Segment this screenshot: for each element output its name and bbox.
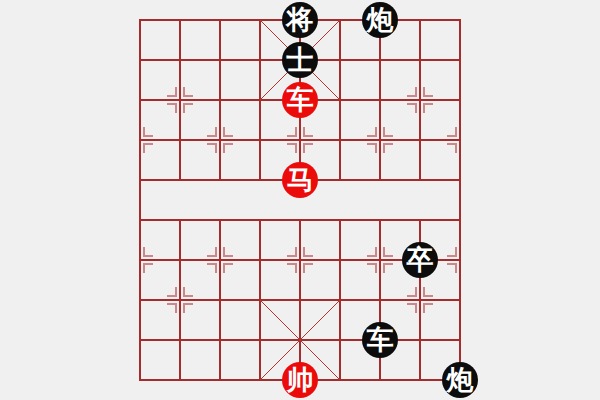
piece-black-advisor[interactable]: 士 — [282, 42, 318, 78]
piece-black-chariot[interactable]: 车 — [362, 322, 398, 358]
piece-black-soldier[interactable]: 卒 — [402, 242, 438, 278]
piece-black-cannon[interactable]: 炮 — [362, 2, 398, 38]
piece-red-horse[interactable]: 马 — [282, 162, 318, 198]
piece-black-general[interactable]: 将 — [282, 2, 318, 38]
piece-red-general[interactable]: 帅 — [282, 362, 318, 398]
xiangqi-board[interactable]: 将炮士车马卒车帅炮 — [120, 0, 480, 400]
xiangqi-diagram: 将炮士车马卒车帅炮 — [0, 0, 600, 400]
piece-black-cannon[interactable]: 炮 — [442, 362, 478, 398]
piece-red-chariot[interactable]: 车 — [282, 82, 318, 118]
